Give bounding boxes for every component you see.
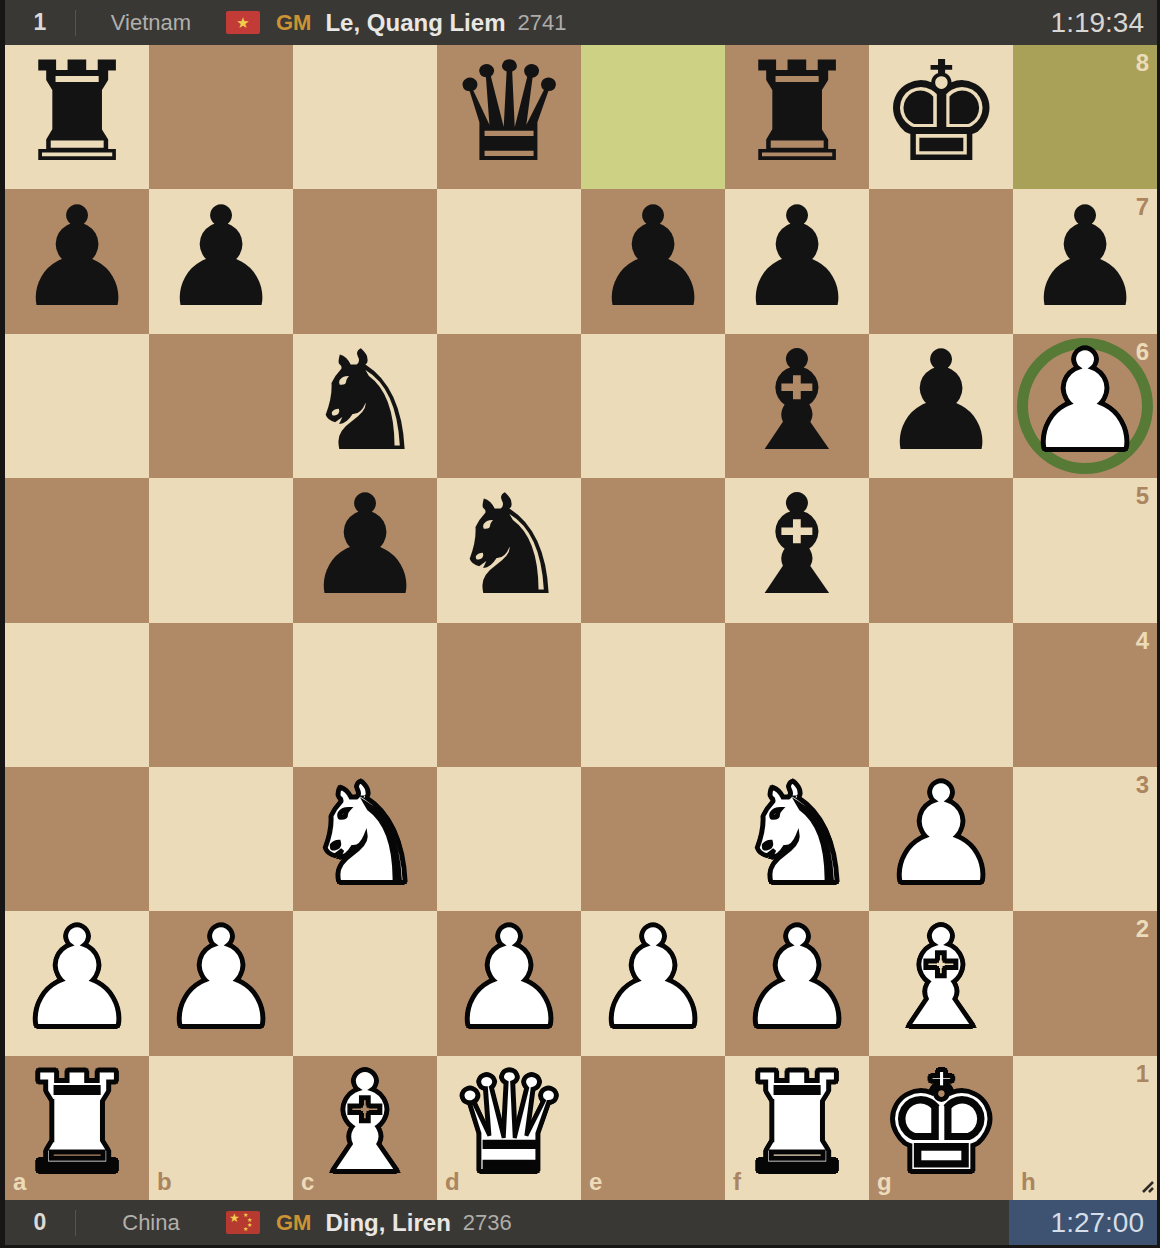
square-b7[interactable]: ♟ — [149, 189, 293, 333]
black-rook[interactable]: ♜ — [15, 45, 139, 182]
square-g4[interactable] — [869, 623, 1013, 767]
black-pawn[interactable]: ♟ — [591, 189, 715, 326]
player-title-top: GM — [276, 10, 311, 36]
square-e8[interactable] — [581, 45, 725, 189]
square-c4[interactable] — [293, 623, 437, 767]
square-b1[interactable]: b — [149, 1056, 293, 1200]
black-king[interactable]: ♚ — [879, 45, 1003, 182]
file-label-c: c — [301, 1170, 314, 1194]
square-a6[interactable] — [5, 334, 149, 478]
square-c1[interactable]: ♝c — [293, 1056, 437, 1200]
player-clock-bottom-active: 1:27:00 — [1009, 1200, 1157, 1245]
square-c6[interactable]: ♞ — [293, 334, 437, 478]
square-c5[interactable]: ♟ — [293, 478, 437, 622]
square-a2[interactable]: ♟ — [5, 911, 149, 1055]
square-h3[interactable]: 3 — [1013, 767, 1157, 911]
square-a4[interactable] — [5, 623, 149, 767]
square-f5[interactable]: ♝ — [725, 478, 869, 622]
rank-label-5: 5 — [1136, 484, 1149, 508]
black-pawn[interactable]: ♟ — [879, 334, 1003, 471]
square-c7[interactable] — [293, 189, 437, 333]
chess-broadcast-window: 1 Vietnam ★ GM Le, Quang Liem 2741 1:19:… — [0, 0, 1160, 1248]
black-knight[interactable]: ♞ — [447, 478, 571, 615]
black-rook[interactable]: ♜ — [735, 45, 859, 182]
black-pawn[interactable]: ♟ — [159, 189, 283, 326]
player-country-top: Vietnam — [76, 10, 226, 36]
chess-board: ♜♛♜♚8♟♟♟♟♟7♞♝♟♟6♟♞♝54♞♞♟3♟♟♟♟♟♝2♜ab♝c♛de… — [5, 45, 1157, 1200]
square-g5[interactable] — [869, 478, 1013, 622]
white-pawn[interactable]: ♟ — [15, 911, 139, 1048]
square-b3[interactable] — [149, 767, 293, 911]
resize-handle-icon[interactable] — [1136, 1175, 1154, 1197]
square-f4[interactable] — [725, 623, 869, 767]
square-h7[interactable]: ♟7 — [1013, 189, 1157, 333]
square-h5[interactable]: 5 — [1013, 478, 1157, 622]
square-b2[interactable]: ♟ — [149, 911, 293, 1055]
square-g1[interactable]: ♚g — [869, 1056, 1013, 1200]
star-icon: ★ — [236, 14, 249, 29]
match-score-top: 1 — [5, 9, 75, 36]
white-bishop[interactable]: ♝ — [879, 911, 1003, 1048]
square-a5[interactable] — [5, 478, 149, 622]
black-queen[interactable]: ♛ — [447, 45, 571, 182]
square-a3[interactable] — [5, 767, 149, 911]
player-clock-top: 1:19:34 — [1038, 0, 1157, 45]
square-f7[interactable]: ♟ — [725, 189, 869, 333]
white-pawn[interactable]: ♟ — [159, 911, 283, 1048]
square-a1[interactable]: ♜a — [5, 1056, 149, 1200]
square-c2[interactable] — [293, 911, 437, 1055]
square-d2[interactable]: ♟ — [437, 911, 581, 1055]
square-e4[interactable] — [581, 623, 725, 767]
star-icon: ★ — [229, 1212, 240, 1224]
rank-label-4: 4 — [1136, 629, 1149, 653]
white-queen[interactable]: ♛ — [447, 1056, 571, 1193]
square-f1[interactable]: ♜f — [725, 1056, 869, 1200]
star-icon: ★ — [243, 1226, 248, 1232]
square-g2[interactable]: ♝ — [869, 911, 1013, 1055]
black-pawn[interactable]: ♟ — [1023, 189, 1147, 326]
white-rook[interactable]: ♜ — [735, 1056, 859, 1193]
white-knight[interactable]: ♞ — [735, 767, 859, 904]
square-e2[interactable]: ♟ — [581, 911, 725, 1055]
vietnam-flag-icon: ★ — [226, 11, 260, 34]
square-d3[interactable] — [437, 767, 581, 911]
square-e1[interactable]: e — [581, 1056, 725, 1200]
white-knight[interactable]: ♞ — [303, 767, 427, 904]
white-king[interactable]: ♚ — [879, 1056, 1003, 1193]
square-e3[interactable] — [581, 767, 725, 911]
square-e5[interactable] — [581, 478, 725, 622]
square-e6[interactable] — [581, 334, 725, 478]
white-rook[interactable]: ♜ — [15, 1056, 139, 1193]
rank-label-8: 8 — [1136, 51, 1149, 75]
square-d1[interactable]: ♛d — [437, 1056, 581, 1200]
square-c8[interactable] — [293, 45, 437, 189]
square-h4[interactable]: 4 — [1013, 623, 1157, 767]
player-name-top: Le, Quang Liem — [325, 9, 505, 37]
square-g7[interactable] — [869, 189, 1013, 333]
file-label-b: b — [157, 1170, 172, 1194]
rank-label-6: 6 — [1136, 340, 1149, 364]
square-g8[interactable]: ♚ — [869, 45, 1013, 189]
black-bishop[interactable]: ♝ — [735, 478, 859, 615]
square-d8[interactable]: ♛ — [437, 45, 581, 189]
player-country-bottom: China — [76, 1210, 226, 1236]
white-pawn[interactable]: ♟ — [591, 911, 715, 1048]
square-e7[interactable]: ♟ — [581, 189, 725, 333]
player-name-bottom: Ding, Liren — [325, 1209, 450, 1237]
white-pawn[interactable]: ♟ — [879, 767, 1003, 904]
file-label-h: h — [1021, 1170, 1036, 1194]
match-score-bottom: 0 — [5, 1209, 75, 1236]
black-pawn[interactable]: ♟ — [15, 189, 139, 326]
square-c3[interactable]: ♞ — [293, 767, 437, 911]
black-pawn[interactable]: ♟ — [735, 189, 859, 326]
square-d6[interactable] — [437, 334, 581, 478]
square-h1[interactable]: 1h — [1013, 1056, 1157, 1200]
square-a8[interactable]: ♜ — [5, 45, 149, 189]
white-pawn[interactable]: ♟ — [735, 911, 859, 1048]
rank-label-3: 3 — [1136, 773, 1149, 797]
black-pawn[interactable]: ♟ — [303, 478, 427, 615]
player-rating-top: 2741 — [517, 10, 566, 36]
square-h6[interactable]: ♟6 — [1013, 334, 1157, 478]
file-label-d: d — [445, 1170, 460, 1194]
square-h2[interactable]: 2 — [1013, 911, 1157, 1055]
square-b5[interactable] — [149, 478, 293, 622]
player-rating-bottom: 2736 — [463, 1210, 512, 1236]
file-label-a: a — [13, 1170, 26, 1194]
square-b4[interactable] — [149, 623, 293, 767]
file-label-e: e — [589, 1170, 602, 1194]
square-f3[interactable]: ♞ — [725, 767, 869, 911]
china-flag-icon: ★★★★★ — [226, 1211, 260, 1234]
white-pawn[interactable]: ♟ — [1023, 334, 1147, 471]
square-b6[interactable] — [149, 334, 293, 478]
square-f8[interactable]: ♜ — [725, 45, 869, 189]
square-b8[interactable] — [149, 45, 293, 189]
black-knight[interactable]: ♞ — [303, 334, 427, 471]
rank-label-2: 2 — [1136, 917, 1149, 941]
black-bishop[interactable]: ♝ — [735, 334, 859, 471]
square-d5[interactable]: ♞ — [437, 478, 581, 622]
player-title-bottom: GM — [276, 1210, 311, 1236]
square-d7[interactable] — [437, 189, 581, 333]
white-pawn[interactable]: ♟ — [447, 911, 571, 1048]
file-label-g: g — [877, 1170, 892, 1194]
top-player-bar: 1 Vietnam ★ GM Le, Quang Liem 2741 1:19:… — [5, 0, 1157, 45]
square-g6[interactable]: ♟ — [869, 334, 1013, 478]
square-a7[interactable]: ♟ — [5, 189, 149, 333]
file-label-f: f — [733, 1170, 741, 1194]
square-f2[interactable]: ♟ — [725, 911, 869, 1055]
square-d4[interactable] — [437, 623, 581, 767]
rank-label-1: 1 — [1136, 1062, 1149, 1086]
square-g3[interactable]: ♟ — [869, 767, 1013, 911]
bottom-player-bar: 0 China ★★★★★ GM Ding, Liren 2736 1:27:0… — [5, 1200, 1157, 1245]
white-bishop[interactable]: ♝ — [303, 1056, 427, 1193]
square-h8[interactable]: 8 — [1013, 45, 1157, 189]
square-f6[interactable]: ♝ — [725, 334, 869, 478]
rank-label-7: 7 — [1136, 195, 1149, 219]
